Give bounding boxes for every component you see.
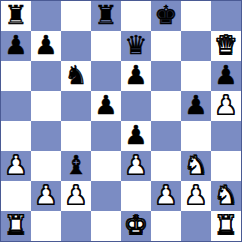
square-f5[interactable] — [151, 91, 181, 121]
white-pawn[interactable]: ♟ — [154, 182, 177, 208]
square-g3[interactable]: ♞ — [181, 151, 211, 181]
square-d8[interactable]: ♜ — [91, 1, 121, 31]
square-b8[interactable] — [31, 1, 61, 31]
black-queen[interactable]: ♛ — [124, 32, 147, 58]
square-e4[interactable]: ♟ — [121, 121, 151, 151]
square-c7[interactable] — [61, 31, 91, 61]
white-pawn[interactable]: ♟ — [64, 182, 87, 208]
square-d1[interactable] — [91, 211, 121, 241]
square-b1[interactable] — [31, 211, 61, 241]
white-king[interactable]: ♚ — [124, 212, 147, 238]
white-pawn[interactable]: ♟ — [4, 152, 27, 178]
black-pawn[interactable]: ♟ — [184, 92, 207, 118]
square-a8[interactable]: ♜ — [1, 1, 31, 31]
square-g2[interactable]: ♟ — [181, 181, 211, 211]
square-g5[interactable]: ♟ — [181, 91, 211, 121]
square-a3[interactable]: ♟ — [1, 151, 31, 181]
white-rook[interactable]: ♜ — [214, 212, 237, 238]
square-g6[interactable] — [181, 61, 211, 91]
square-c2[interactable]: ♟ — [61, 181, 91, 211]
square-g4[interactable] — [181, 121, 211, 151]
black-pawn[interactable]: ♟ — [124, 62, 147, 88]
square-f1[interactable] — [151, 211, 181, 241]
black-rook[interactable]: ♜ — [94, 2, 117, 28]
white-knight[interactable]: ♞ — [214, 182, 237, 208]
square-e3[interactable]: ♟ — [121, 151, 151, 181]
square-d5[interactable]: ♟ — [91, 91, 121, 121]
square-c1[interactable] — [61, 211, 91, 241]
square-c6[interactable]: ♞ — [61, 61, 91, 91]
black-pawn[interactable]: ♟ — [214, 62, 237, 88]
square-a6[interactable] — [1, 61, 31, 91]
chess-board: ♜♜♚♟♟♛♛♞♟♟♟♟♟♟♟♝♟♞♟♟♟♟♞♜♚♜ — [0, 0, 242, 242]
chess-board-container: ♜♜♚♟♟♛♛♞♟♟♟♟♟♟♟♝♟♞♟♟♟♟♞♜♚♜ — [0, 0, 242, 242]
black-pawn[interactable]: ♟ — [34, 32, 57, 58]
square-b4[interactable] — [31, 121, 61, 151]
square-h4[interactable] — [211, 121, 241, 151]
white-pawn[interactable]: ♟ — [184, 182, 207, 208]
square-f7[interactable] — [151, 31, 181, 61]
square-f8[interactable]: ♚ — [151, 1, 181, 31]
square-g1[interactable] — [181, 211, 211, 241]
black-pawn[interactable]: ♟ — [94, 92, 117, 118]
white-pawn[interactable]: ♟ — [34, 182, 57, 208]
square-b6[interactable] — [31, 61, 61, 91]
square-e7[interactable]: ♛ — [121, 31, 151, 61]
square-f3[interactable] — [151, 151, 181, 181]
square-e1[interactable]: ♚ — [121, 211, 151, 241]
square-c8[interactable] — [61, 1, 91, 31]
square-h6[interactable]: ♟ — [211, 61, 241, 91]
square-g7[interactable] — [181, 31, 211, 61]
square-h3[interactable] — [211, 151, 241, 181]
white-pawn[interactable]: ♟ — [124, 152, 147, 178]
square-a2[interactable] — [1, 181, 31, 211]
square-h1[interactable]: ♜ — [211, 211, 241, 241]
black-pawn[interactable]: ♟ — [124, 122, 147, 148]
square-h5[interactable]: ♟ — [211, 91, 241, 121]
square-b3[interactable] — [31, 151, 61, 181]
black-bishop[interactable]: ♝ — [64, 152, 87, 178]
square-b2[interactable]: ♟ — [31, 181, 61, 211]
square-a5[interactable] — [1, 91, 31, 121]
black-pawn[interactable]: ♟ — [4, 32, 27, 58]
square-f2[interactable]: ♟ — [151, 181, 181, 211]
black-king[interactable]: ♚ — [154, 2, 177, 28]
square-c5[interactable] — [61, 91, 91, 121]
square-e8[interactable] — [121, 1, 151, 31]
black-knight[interactable]: ♞ — [64, 62, 87, 88]
square-h7[interactable]: ♛ — [211, 31, 241, 61]
square-e2[interactable] — [121, 181, 151, 211]
square-g8[interactable] — [181, 1, 211, 31]
square-b5[interactable] — [31, 91, 61, 121]
white-pawn[interactable]: ♟ — [214, 92, 237, 118]
square-d3[interactable] — [91, 151, 121, 181]
white-rook[interactable]: ♜ — [4, 212, 27, 238]
square-d2[interactable] — [91, 181, 121, 211]
white-knight[interactable]: ♞ — [184, 152, 207, 178]
black-rook[interactable]: ♜ — [4, 2, 27, 28]
square-b7[interactable]: ♟ — [31, 31, 61, 61]
square-e6[interactable]: ♟ — [121, 61, 151, 91]
white-queen[interactable]: ♛ — [214, 32, 237, 58]
square-e5[interactable] — [121, 91, 151, 121]
square-f6[interactable] — [151, 61, 181, 91]
square-h8[interactable] — [211, 1, 241, 31]
square-a1[interactable]: ♜ — [1, 211, 31, 241]
square-c4[interactable] — [61, 121, 91, 151]
square-h2[interactable]: ♞ — [211, 181, 241, 211]
square-a7[interactable]: ♟ — [1, 31, 31, 61]
square-a4[interactable] — [1, 121, 31, 151]
square-c3[interactable]: ♝ — [61, 151, 91, 181]
square-f4[interactable] — [151, 121, 181, 151]
square-d4[interactable] — [91, 121, 121, 151]
square-d7[interactable] — [91, 31, 121, 61]
square-d6[interactable] — [91, 61, 121, 91]
